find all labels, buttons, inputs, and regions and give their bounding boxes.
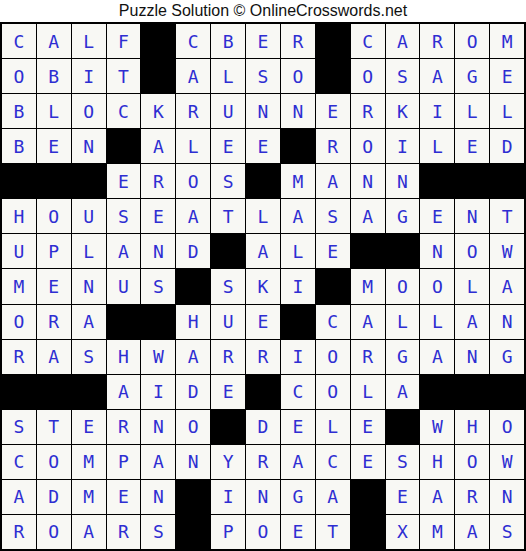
block-cell-r11c3 — [72, 375, 106, 409]
letter-cell-r3c11: R — [351, 94, 385, 128]
letter-cell-r2c4: T — [107, 59, 141, 93]
letter-cell-r4c6: L — [176, 129, 210, 163]
letter-cell-r11c9: C — [281, 375, 315, 409]
letter-cell-r10c2: A — [37, 340, 71, 374]
letter-cell-r13c3: M — [72, 445, 106, 479]
letter-cell-r13c8: R — [246, 445, 280, 479]
letter-cell-r4c15: D — [490, 129, 524, 163]
letter-cell-r11c6: D — [176, 375, 210, 409]
letter-cell-r5c10: A — [316, 164, 350, 198]
block-cell-r5c2 — [37, 164, 71, 198]
letter-cell-r14c15: N — [490, 480, 524, 514]
letter-cell-r12c2: T — [37, 410, 71, 444]
letter-cell-r14c3: M — [72, 480, 106, 514]
letter-cell-r6c4: S — [107, 199, 141, 233]
letter-cell-r6c7: T — [211, 199, 245, 233]
letter-cell-r8c5: S — [141, 269, 175, 303]
letter-cell-r3c1: B — [2, 94, 36, 128]
letter-cell-r15c13: M — [420, 515, 454, 549]
letter-cell-r15c14: A — [455, 515, 489, 549]
letter-cell-r9c11: A — [351, 305, 385, 339]
letter-cell-r6c15: T — [490, 199, 524, 233]
block-cell-r5c15 — [490, 164, 524, 198]
letter-cell-r2c7: L — [211, 59, 245, 93]
block-cell-r5c14 — [455, 164, 489, 198]
letter-cell-r4c7: E — [211, 129, 245, 163]
letter-cell-r3c10: E — [316, 94, 350, 128]
block-cell-r2c5 — [141, 59, 175, 93]
letter-cell-r3c7: U — [211, 94, 245, 128]
block-cell-r11c14 — [455, 375, 489, 409]
letter-cell-r1c11: C — [351, 24, 385, 58]
letter-cell-r10c11: R — [351, 340, 385, 374]
block-cell-r11c2 — [37, 375, 71, 409]
letter-cell-r13c6: N — [176, 445, 210, 479]
letter-cell-r8c3: N — [72, 269, 106, 303]
letter-cell-r13c2: O — [37, 445, 71, 479]
letter-cell-r4c10: R — [316, 129, 350, 163]
block-cell-r12c7 — [211, 410, 245, 444]
letter-cell-r5c7: S — [211, 164, 245, 198]
letter-cell-r10c14: N — [455, 340, 489, 374]
letter-cell-r7c1: U — [2, 234, 36, 268]
block-cell-r5c8 — [246, 164, 280, 198]
letter-cell-r4c1: B — [2, 129, 36, 163]
letter-cell-r10c13: A — [420, 340, 454, 374]
letter-cell-r7c14: O — [455, 234, 489, 268]
letter-cell-r2c1: O — [2, 59, 36, 93]
letter-cell-r1c7: B — [211, 24, 245, 58]
block-cell-r7c11 — [351, 234, 385, 268]
block-cell-r14c6 — [176, 480, 210, 514]
crossword-solution-page: Puzzle Solution © OnlineCrosswords.net C… — [0, 0, 526, 551]
letter-cell-r4c11: O — [351, 129, 385, 163]
letter-cell-r10c3: S — [72, 340, 106, 374]
letter-cell-r10c5: W — [141, 340, 175, 374]
letter-cell-r11c4: A — [107, 375, 141, 409]
page-title: Puzzle Solution © OnlineCrosswords.net — [0, 0, 526, 22]
letter-cell-r12c13: W — [420, 410, 454, 444]
letter-cell-r10c10: O — [316, 340, 350, 374]
letter-cell-r1c8: E — [246, 24, 280, 58]
letter-cell-r6c3: U — [72, 199, 106, 233]
letter-cell-r8c12: O — [386, 269, 420, 303]
letter-cell-r12c10: L — [316, 410, 350, 444]
letter-cell-r6c2: O — [37, 199, 71, 233]
block-cell-r14c11 — [351, 480, 385, 514]
letter-cell-r13c9: A — [281, 445, 315, 479]
letter-cell-r10c6: A — [176, 340, 210, 374]
letter-cell-r2c3: I — [72, 59, 106, 93]
letter-cell-r9c7: U — [211, 305, 245, 339]
letter-cell-r10c4: H — [107, 340, 141, 374]
letter-cell-r11c10: O — [316, 375, 350, 409]
letter-cell-r12c9: E — [281, 410, 315, 444]
letter-cell-r15c10: T — [316, 515, 350, 549]
block-cell-r5c1 — [2, 164, 36, 198]
letter-cell-r13c4: P — [107, 445, 141, 479]
letter-cell-r10c8: R — [246, 340, 280, 374]
letter-cell-r12c5: N — [141, 410, 175, 444]
letter-cell-r4c13: L — [420, 129, 454, 163]
letter-cell-r15c2: O — [37, 515, 71, 549]
letter-cell-r8c4: U — [107, 269, 141, 303]
letter-cell-r2c15: E — [490, 59, 524, 93]
block-cell-r11c15 — [490, 375, 524, 409]
block-cell-r9c5 — [141, 305, 175, 339]
block-cell-r12c12 — [386, 410, 420, 444]
letter-cell-r14c14: R — [455, 480, 489, 514]
letter-cell-r7c2: P — [37, 234, 71, 268]
block-cell-r7c7 — [211, 234, 245, 268]
block-cell-r4c9 — [281, 129, 315, 163]
letter-cell-r4c12: I — [386, 129, 420, 163]
letter-cell-r14c5: N — [141, 480, 175, 514]
letter-cell-r12c8: D — [246, 410, 280, 444]
letter-cell-r12c15: O — [490, 410, 524, 444]
letter-cell-r2c8: S — [246, 59, 280, 93]
letter-cell-r1c6: C — [176, 24, 210, 58]
letter-cell-r9c12: L — [386, 305, 420, 339]
letter-cell-r2c13: A — [420, 59, 454, 93]
letter-cell-r10c7: R — [211, 340, 245, 374]
letter-cell-r5c9: M — [281, 164, 315, 198]
letter-cell-r8c14: L — [455, 269, 489, 303]
letter-cell-r6c13: E — [420, 199, 454, 233]
block-cell-r9c9 — [281, 305, 315, 339]
letter-cell-r11c12: A — [386, 375, 420, 409]
letter-cell-r6c1: H — [2, 199, 36, 233]
letter-cell-r14c13: A — [420, 480, 454, 514]
letter-cell-r5c12: N — [386, 164, 420, 198]
letter-cell-r12c3: E — [72, 410, 106, 444]
letter-cell-r15c15: S — [490, 515, 524, 549]
letter-cell-r9c10: C — [316, 305, 350, 339]
letter-cell-r1c15: M — [490, 24, 524, 58]
letter-cell-r8c9: I — [281, 269, 315, 303]
letter-cell-r3c12: K — [386, 94, 420, 128]
letter-cell-r3c6: R — [176, 94, 210, 128]
letter-cell-r11c7: E — [211, 375, 245, 409]
letter-cell-r14c8: N — [246, 480, 280, 514]
letter-cell-r15c5: S — [141, 515, 175, 549]
letter-cell-r7c9: L — [281, 234, 315, 268]
letter-cell-r6c9: A — [281, 199, 315, 233]
letter-cell-r15c9: E — [281, 515, 315, 549]
letter-cell-r1c1: C — [2, 24, 36, 58]
letter-cell-r5c5: R — [141, 164, 175, 198]
letter-cell-r3c4: C — [107, 94, 141, 128]
letter-cell-r13c13: H — [420, 445, 454, 479]
letter-cell-r9c8: E — [246, 305, 280, 339]
letter-cell-r14c12: E — [386, 480, 420, 514]
letter-cell-r2c14: G — [455, 59, 489, 93]
block-cell-r8c6 — [176, 269, 210, 303]
letter-cell-r14c4: E — [107, 480, 141, 514]
letter-cell-r13c7: Y — [211, 445, 245, 479]
letter-cell-r13c5: A — [141, 445, 175, 479]
letter-cell-r8c11: M — [351, 269, 385, 303]
letter-cell-r7c6: D — [176, 234, 210, 268]
letter-cell-r14c2: D — [37, 480, 71, 514]
letter-cell-r13c11: E — [351, 445, 385, 479]
letter-cell-r14c7: I — [211, 480, 245, 514]
letter-cell-r6c14: N — [455, 199, 489, 233]
letter-cell-r15c4: R — [107, 515, 141, 549]
letter-cell-r8c8: K — [246, 269, 280, 303]
letter-cell-r1c3: L — [72, 24, 106, 58]
crossword-grid: CALFCBERCAROMOBITALSOOSAGEBLOCKRUNNERKIL… — [0, 22, 526, 551]
letter-cell-r4c8: E — [246, 129, 280, 163]
block-cell-r11c1 — [2, 375, 36, 409]
block-cell-r4c4 — [107, 129, 141, 163]
letter-cell-r12c11: E — [351, 410, 385, 444]
block-cell-r15c6 — [176, 515, 210, 549]
letter-cell-r15c7: P — [211, 515, 245, 549]
letter-cell-r8c15: A — [490, 269, 524, 303]
letter-cell-r3c13: I — [420, 94, 454, 128]
letter-cell-r1c12: A — [386, 24, 420, 58]
letter-cell-r13c15: W — [490, 445, 524, 479]
letter-cell-r6c6: A — [176, 199, 210, 233]
letter-cell-r6c5: E — [141, 199, 175, 233]
letter-cell-r3c9: N — [281, 94, 315, 128]
letter-cell-r4c14: E — [455, 129, 489, 163]
letter-cell-r11c11: L — [351, 375, 385, 409]
block-cell-r1c5 — [141, 24, 175, 58]
letter-cell-r5c6: O — [176, 164, 210, 198]
letter-cell-r8c1: M — [2, 269, 36, 303]
letter-cell-r6c8: L — [246, 199, 280, 233]
block-cell-r8c10 — [316, 269, 350, 303]
letter-cell-r3c8: N — [246, 94, 280, 128]
letter-cell-r7c13: N — [420, 234, 454, 268]
letter-cell-r6c12: G — [386, 199, 420, 233]
letter-cell-r10c12: G — [386, 340, 420, 374]
letter-cell-r12c1: S — [2, 410, 36, 444]
letter-cell-r7c4: A — [107, 234, 141, 268]
block-cell-r11c8 — [246, 375, 280, 409]
letter-cell-r2c6: A — [176, 59, 210, 93]
letter-cell-r9c6: H — [176, 305, 210, 339]
letter-cell-r3c15: L — [490, 94, 524, 128]
letter-cell-r1c4: F — [107, 24, 141, 58]
block-cell-r1c10 — [316, 24, 350, 58]
block-cell-r11c13 — [420, 375, 454, 409]
letter-cell-r2c11: O — [351, 59, 385, 93]
letter-cell-r12c14: H — [455, 410, 489, 444]
block-cell-r7c12 — [386, 234, 420, 268]
letter-cell-r13c1: C — [2, 445, 36, 479]
letter-cell-r3c3: O — [72, 94, 106, 128]
block-cell-r2c10 — [316, 59, 350, 93]
letter-cell-r4c5: A — [141, 129, 175, 163]
letter-cell-r3c5: K — [141, 94, 175, 128]
letter-cell-r7c8: A — [246, 234, 280, 268]
letter-cell-r15c1: R — [2, 515, 36, 549]
letter-cell-r5c4: E — [107, 164, 141, 198]
letter-cell-r6c11: A — [351, 199, 385, 233]
letter-cell-r14c1: A — [2, 480, 36, 514]
letter-cell-r2c2: B — [37, 59, 71, 93]
letter-cell-r10c15: G — [490, 340, 524, 374]
letter-cell-r5c11: N — [351, 164, 385, 198]
letter-cell-r11c5: I — [141, 375, 175, 409]
letter-cell-r15c8: O — [246, 515, 280, 549]
letter-cell-r10c9: I — [281, 340, 315, 374]
letter-cell-r9c1: O — [2, 305, 36, 339]
letter-cell-r8c2: E — [37, 269, 71, 303]
letter-cell-r7c3: L — [72, 234, 106, 268]
letter-cell-r4c2: E — [37, 129, 71, 163]
letter-cell-r15c12: X — [386, 515, 420, 549]
letter-cell-r1c9: R — [281, 24, 315, 58]
letter-cell-r8c7: S — [211, 269, 245, 303]
letter-cell-r12c4: R — [107, 410, 141, 444]
letter-cell-r7c5: N — [141, 234, 175, 268]
letter-cell-r9c13: L — [420, 305, 454, 339]
letter-cell-r9c2: R — [37, 305, 71, 339]
letter-cell-r13c10: C — [316, 445, 350, 479]
letter-cell-r7c10: E — [316, 234, 350, 268]
letter-cell-r2c12: S — [386, 59, 420, 93]
letter-cell-r8c13: O — [420, 269, 454, 303]
letter-cell-r1c2: A — [37, 24, 71, 58]
letter-cell-r2c9: O — [281, 59, 315, 93]
letter-cell-r13c14: O — [455, 445, 489, 479]
block-cell-r5c13 — [420, 164, 454, 198]
letter-cell-r13c12: S — [386, 445, 420, 479]
letter-cell-r9c14: A — [455, 305, 489, 339]
letter-cell-r1c13: R — [420, 24, 454, 58]
letter-cell-r1c14: O — [455, 24, 489, 58]
letter-cell-r14c10: A — [316, 480, 350, 514]
block-cell-r9c4 — [107, 305, 141, 339]
block-cell-r15c11 — [351, 515, 385, 549]
letter-cell-r12c6: O — [176, 410, 210, 444]
letter-cell-r4c3: N — [72, 129, 106, 163]
block-cell-r5c3 — [72, 164, 106, 198]
letter-cell-r3c2: L — [37, 94, 71, 128]
letter-cell-r9c15: N — [490, 305, 524, 339]
letter-cell-r10c1: R — [2, 340, 36, 374]
letter-cell-r9c3: A — [72, 305, 106, 339]
letter-cell-r3c14: L — [455, 94, 489, 128]
letter-cell-r14c9: G — [281, 480, 315, 514]
letter-cell-r7c15: W — [490, 234, 524, 268]
letter-cell-r15c3: A — [72, 515, 106, 549]
letter-cell-r6c10: S — [316, 199, 350, 233]
